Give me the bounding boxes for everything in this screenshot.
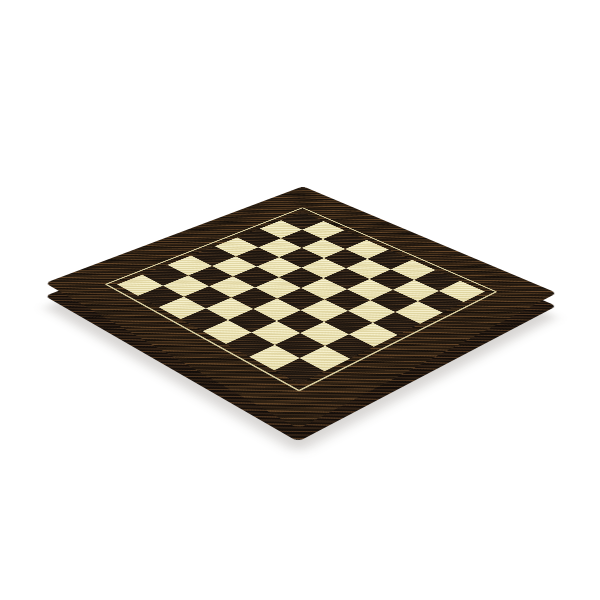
board-top-layer <box>0 0 600 600</box>
product-photo-stage <box>0 0 600 600</box>
chess-board <box>45 186 557 429</box>
board-rotation-wrapper <box>0 0 600 600</box>
playing-field <box>117 212 485 384</box>
